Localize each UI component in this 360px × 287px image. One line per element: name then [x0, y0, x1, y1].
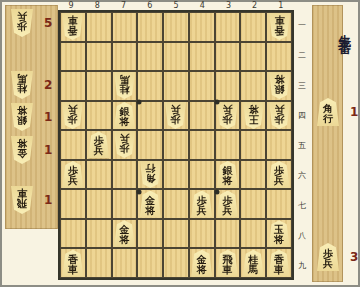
square-1-4[interactable]: 歩兵	[266, 101, 292, 131]
square-1-4-piece[interactable]: 歩兵	[268, 102, 291, 129]
piece-kanji: 歩	[119, 143, 129, 153]
square-2-7[interactable]	[240, 189, 266, 219]
square-1-2[interactable]	[266, 42, 292, 72]
square-5-2[interactable]	[163, 42, 189, 72]
square-7-4-piece[interactable]: 銀将	[113, 102, 136, 129]
square-7-8[interactable]: 金将	[112, 219, 138, 249]
square-9-4[interactable]: 歩兵	[60, 101, 86, 131]
square-1-1-piece[interactable]: 香車	[268, 13, 291, 40]
square-2-4[interactable]: 王将	[240, 101, 266, 131]
piece-kanji: 王	[248, 114, 258, 124]
square-8-8[interactable]	[86, 219, 112, 249]
square-7-4[interactable]: 銀将	[112, 101, 138, 131]
gote-hand-entry-2[interactable]: 桂馬2	[10, 71, 52, 99]
rank-label-6: 六	[296, 160, 308, 190]
square-2-8[interactable]	[240, 219, 266, 249]
square-2-5[interactable]	[240, 130, 266, 160]
file-label-6: 6	[137, 1, 163, 10]
square-2-9[interactable]: 桂馬	[240, 248, 266, 278]
file-label-4: 4	[189, 1, 215, 10]
piece-kanji: 角	[145, 173, 155, 183]
piece-kanji: 将	[197, 265, 207, 275]
piece-kanji: 兵	[274, 176, 284, 186]
gote-hand-entry-1[interactable]: 歩兵5	[10, 9, 52, 37]
square-6-5[interactable]	[137, 130, 163, 160]
square-5-4[interactable]: 歩兵	[163, 101, 189, 131]
file-label-9: 9	[58, 1, 84, 10]
sente-hand-count-2: 3	[350, 250, 358, 264]
square-6-6[interactable]: 角行	[137, 160, 163, 190]
square-7-5[interactable]: 歩兵	[112, 130, 138, 160]
square-4-3[interactable]	[189, 71, 215, 101]
piece-kanji: 兵	[68, 104, 78, 114]
rank-label-9: 九	[296, 250, 308, 280]
square-7-3[interactable]: 桂馬	[112, 71, 138, 101]
square-5-5[interactable]	[163, 130, 189, 160]
rank-label-2: 二	[296, 40, 308, 70]
piece-kanji: 兵	[171, 104, 181, 114]
square-6-2[interactable]	[137, 42, 163, 72]
rank-label-3: 三	[296, 70, 308, 100]
square-4-5[interactable]	[189, 130, 215, 160]
hoshi-dot-2	[215, 100, 220, 105]
square-9-4-piece[interactable]: 歩兵	[61, 102, 84, 129]
piece-kanji: 兵	[68, 176, 78, 186]
square-8-5-piece[interactable]: 歩兵	[87, 131, 110, 158]
square-8-5[interactable]: 歩兵	[86, 130, 112, 160]
square-8-7[interactable]	[86, 189, 112, 219]
square-3-9[interactable]: 飛車	[215, 248, 241, 278]
square-5-1[interactable]	[163, 12, 189, 42]
piece-kanji: 将	[145, 206, 155, 216]
square-9-6[interactable]: 歩兵	[60, 160, 86, 190]
square-2-3[interactable]	[240, 71, 266, 101]
gote-hand-count-4: 1	[44, 143, 52, 157]
piece-kanji: 将	[17, 138, 27, 148]
piece-kanji: 歩	[68, 114, 78, 124]
square-8-3[interactable]	[86, 71, 112, 101]
square-3-4[interactable]: 歩兵	[215, 101, 241, 131]
shogi-app: 987654321 一二三四五六七八九 香車香車桂馬銀将歩兵銀将歩兵歩兵王将歩兵…	[0, 0, 360, 287]
gote-hand-count-1: 5	[44, 16, 52, 30]
square-7-8-piece[interactable]: 金将	[113, 220, 136, 247]
rank-label-7: 七	[296, 190, 308, 220]
square-1-7[interactable]	[266, 189, 292, 219]
square-1-3-piece[interactable]: 銀将	[268, 72, 291, 99]
square-1-8[interactable]: 玉将	[266, 219, 292, 249]
sente-hand-count-1: 1	[350, 105, 358, 119]
piece-kanji: 金	[17, 148, 27, 158]
piece-kanji: 歩	[17, 21, 27, 31]
file-label-2: 2	[242, 1, 268, 10]
square-1-8-piece[interactable]: 玉将	[268, 220, 291, 247]
square-6-8[interactable]	[137, 219, 163, 249]
square-6-9[interactable]	[137, 248, 163, 278]
piece-kanji: 兵	[17, 11, 27, 21]
square-8-6[interactable]	[86, 160, 112, 190]
piece-kanji: 香	[274, 25, 284, 35]
square-4-6[interactable]	[189, 160, 215, 190]
sente-hand-2-piece[interactable]: 歩兵	[316, 243, 340, 271]
square-4-7-piece[interactable]: 歩兵	[190, 191, 213, 218]
square-9-8[interactable]	[60, 219, 86, 249]
sente-hand-1-piece[interactable]: 角行	[316, 98, 340, 126]
sente-hand-entry-1[interactable]: 角行1	[316, 98, 358, 126]
square-3-4-piece[interactable]: 歩兵	[216, 102, 239, 129]
rank-label-1: 一	[296, 10, 308, 40]
square-6-3[interactable]	[137, 71, 163, 101]
piece-kanji: 歩	[274, 114, 284, 124]
square-3-9-piece[interactable]: 飛車	[216, 250, 239, 277]
square-3-7-piece[interactable]: 歩兵	[216, 191, 239, 218]
square-1-9-piece[interactable]: 香車	[268, 250, 291, 277]
file-label-3: 3	[215, 1, 241, 10]
square-3-5[interactable]	[215, 130, 241, 160]
piece-kanji: 銀	[274, 84, 284, 94]
gote-hand-entry-3[interactable]: 銀将1	[10, 103, 52, 131]
square-4-7[interactable]: 歩兵	[189, 189, 215, 219]
piece-kanji: 銀	[17, 115, 27, 125]
piece-kanji: 将	[17, 105, 27, 115]
piece-kanji: 兵	[323, 259, 333, 269]
square-6-7-piece[interactable]: 金将	[139, 191, 162, 218]
gote-hand-entry-4[interactable]: 金将1	[10, 136, 52, 164]
square-5-4-piece[interactable]: 歩兵	[164, 102, 187, 129]
square-7-9[interactable]	[112, 248, 138, 278]
square-1-9[interactable]: 香車	[266, 248, 292, 278]
square-6-7[interactable]: 金将	[137, 189, 163, 219]
square-7-5-piece[interactable]: 歩兵	[113, 131, 136, 158]
square-3-6-piece[interactable]: 銀将	[216, 161, 239, 188]
square-6-1[interactable]	[137, 12, 163, 42]
gote-hand-2-piece[interactable]: 桂馬	[10, 71, 34, 99]
square-5-7[interactable]	[163, 189, 189, 219]
file-label-1: 1	[268, 1, 294, 10]
square-9-9[interactable]: 香車	[60, 248, 86, 278]
piece-kanji: 兵	[274, 104, 284, 114]
piece-kanji: 将	[119, 117, 129, 127]
piece-kanji: 兵	[197, 206, 207, 216]
gote-hand-1-piece[interactable]: 歩兵	[10, 9, 34, 37]
square-7-2[interactable]	[112, 42, 138, 72]
square-9-3[interactable]	[60, 71, 86, 101]
piece-kanji: 車	[68, 15, 78, 25]
piece-kanji: 車	[274, 15, 284, 25]
piece-kanji: 将	[274, 74, 284, 84]
piece-kanji: 行	[145, 163, 155, 173]
square-2-2[interactable]	[240, 42, 266, 72]
piece-kanji: 馬	[248, 265, 258, 275]
piece-kanji: 行	[323, 114, 333, 124]
piece-kanji: 兵	[223, 206, 233, 216]
piece-kanji: 車	[223, 265, 233, 275]
square-5-3[interactable]	[163, 71, 189, 101]
square-4-4[interactable]	[189, 101, 215, 131]
square-3-3[interactable]	[215, 71, 241, 101]
shogi-board: 香車香車桂馬銀将歩兵銀将歩兵歩兵王将歩兵歩兵歩兵歩兵角行銀将歩兵金将歩兵歩兵金将…	[58, 10, 294, 280]
piece-kanji: 車	[17, 188, 27, 198]
piece-kanji: 将	[274, 235, 284, 245]
square-4-9-piece[interactable]: 金将	[190, 250, 213, 277]
square-7-1[interactable]	[112, 12, 138, 42]
gote-hand-5-piece[interactable]: 飛車	[10, 186, 34, 214]
gote-hand-4-piece[interactable]: 金将	[10, 136, 34, 164]
square-9-9-piece[interactable]: 香車	[61, 250, 84, 277]
square-3-6[interactable]: 銀将	[215, 160, 241, 190]
square-1-1[interactable]: 香車	[266, 12, 292, 42]
square-4-2[interactable]	[189, 42, 215, 72]
gote-hand-count-5: 1	[44, 193, 52, 207]
file-label-5: 5	[163, 1, 189, 10]
square-8-9[interactable]	[86, 248, 112, 278]
hoshi-dot-4	[215, 190, 220, 195]
square-3-1[interactable]	[215, 12, 241, 42]
square-1-5[interactable]	[266, 130, 292, 160]
piece-kanji: 歩	[171, 114, 181, 124]
square-5-9[interactable]	[163, 248, 189, 278]
square-1-6[interactable]: 歩兵	[266, 160, 292, 190]
square-9-1-piece[interactable]: 香車	[61, 13, 84, 40]
square-4-9[interactable]: 金将	[189, 248, 215, 278]
square-1-3[interactable]: 銀将	[266, 71, 292, 101]
piece-kanji: 馬	[17, 73, 27, 83]
square-2-4-piece[interactable]: 王将	[242, 102, 265, 129]
square-1-6-piece[interactable]: 歩兵	[268, 161, 291, 188]
square-3-2[interactable]	[215, 42, 241, 72]
file-label-8: 8	[84, 1, 110, 10]
square-4-1[interactable]	[189, 12, 215, 42]
gote-hand-entry-5[interactable]: 飛車1	[10, 186, 52, 214]
square-2-9-piece[interactable]: 桂馬	[242, 250, 265, 277]
piece-kanji: 兵	[223, 104, 233, 114]
square-4-8[interactable]	[189, 219, 215, 249]
rank-labels: 一二三四五六七八九	[296, 10, 308, 280]
square-3-8[interactable]	[215, 219, 241, 249]
piece-kanji: 将	[223, 176, 233, 186]
gote-hand-count-3: 1	[44, 110, 52, 124]
piece-kanji: 車	[68, 265, 78, 275]
file-label-7: 7	[110, 1, 136, 10]
square-2-6[interactable]	[240, 160, 266, 190]
sente-hand-entry-2[interactable]: 歩兵3	[316, 243, 358, 271]
piece-kanji: 歩	[223, 114, 233, 124]
piece-kanji: 兵	[94, 146, 104, 156]
gote-hand-3-piece[interactable]: 銀将	[10, 103, 34, 131]
square-9-7[interactable]	[60, 189, 86, 219]
square-9-2[interactable]	[60, 42, 86, 72]
square-5-6[interactable]	[163, 160, 189, 190]
piece-kanji: 桂	[17, 83, 27, 93]
square-2-1[interactable]	[240, 12, 266, 42]
square-6-4[interactable]	[137, 101, 163, 131]
piece-kanji: 車	[274, 265, 284, 275]
piece-kanji: 将	[119, 235, 129, 245]
square-7-3-piece[interactable]: 桂馬	[113, 72, 136, 99]
gote-hand-count-2: 2	[44, 78, 52, 92]
square-8-4[interactable]	[86, 101, 112, 131]
square-6-6-piece[interactable]: 角行	[139, 161, 162, 188]
square-9-5[interactable]	[60, 130, 86, 160]
square-9-1[interactable]: 香車	[60, 12, 86, 42]
square-8-1[interactable]	[86, 12, 112, 42]
turn-indicator: 先手番	[335, 24, 353, 33]
rank-label-5: 五	[296, 130, 308, 160]
piece-kanji: 香	[68, 25, 78, 35]
piece-kanji: 馬	[119, 74, 129, 84]
square-7-7[interactable]	[112, 189, 138, 219]
square-7-6[interactable]	[112, 160, 138, 190]
hoshi-dot-3	[136, 190, 141, 195]
file-labels: 987654321	[58, 1, 294, 10]
sente-captured-stand	[312, 5, 343, 282]
square-5-8[interactable]	[163, 219, 189, 249]
square-9-6-piece[interactable]: 歩兵	[61, 161, 84, 188]
piece-kanji: 桂	[119, 84, 129, 94]
rank-label-8: 八	[296, 220, 308, 250]
piece-kanji: 将	[248, 104, 258, 114]
hoshi-dot-1	[136, 100, 141, 105]
piece-kanji: 飛	[17, 198, 27, 208]
piece-kanji: 兵	[119, 133, 129, 143]
square-8-2[interactable]	[86, 42, 112, 72]
rank-label-4: 四	[296, 100, 308, 130]
